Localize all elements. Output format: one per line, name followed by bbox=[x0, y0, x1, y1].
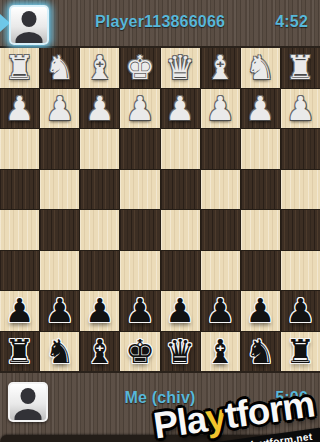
square-d2[interactable]: ♟ bbox=[161, 89, 200, 129]
white-pawn: ♟ bbox=[161, 89, 200, 129]
white-king: ♚ bbox=[120, 48, 159, 88]
square-f4[interactable] bbox=[80, 170, 119, 210]
square-c5[interactable] bbox=[201, 210, 240, 250]
person-icon-body bbox=[16, 32, 43, 45]
square-h6[interactable] bbox=[0, 251, 39, 291]
square-b8[interactable]: ♞ bbox=[241, 332, 280, 372]
white-pawn: ♟ bbox=[80, 89, 119, 129]
black-pawn: ♟ bbox=[281, 291, 320, 331]
white-pawn: ♟ bbox=[120, 89, 159, 129]
square-g8[interactable]: ♞ bbox=[40, 332, 79, 372]
white-rook: ♜ bbox=[281, 48, 320, 88]
black-pawn: ♟ bbox=[241, 291, 280, 331]
square-f7[interactable]: ♟ bbox=[80, 291, 119, 331]
square-d7[interactable]: ♟ bbox=[161, 291, 200, 331]
white-pawn: ♟ bbox=[281, 89, 320, 129]
square-a5[interactable] bbox=[281, 210, 320, 250]
black-pawn: ♟ bbox=[80, 291, 119, 331]
bottom-player-bar: Me (chiv) 5:00 bbox=[0, 373, 320, 442]
square-a1[interactable]: ♜ bbox=[281, 48, 320, 88]
square-h1[interactable]: ♜ bbox=[0, 48, 39, 88]
white-pawn: ♟ bbox=[0, 89, 39, 129]
white-pawn: ♟ bbox=[201, 89, 240, 129]
white-pawn: ♟ bbox=[40, 89, 79, 129]
black-bishop: ♝ bbox=[201, 332, 240, 372]
square-h7[interactable]: ♟ bbox=[0, 291, 39, 331]
white-knight: ♞ bbox=[40, 48, 79, 88]
white-pawn: ♟ bbox=[241, 89, 280, 129]
black-king: ♚ bbox=[120, 332, 159, 372]
square-b4[interactable] bbox=[241, 170, 280, 210]
square-b1[interactable]: ♞ bbox=[241, 48, 280, 88]
person-icon-body bbox=[15, 409, 42, 422]
opponent-name: Player113866066 bbox=[0, 13, 320, 31]
black-pawn: ♟ bbox=[0, 291, 39, 331]
square-a3[interactable] bbox=[281, 129, 320, 169]
square-b3[interactable] bbox=[241, 129, 280, 169]
black-pawn: ♟ bbox=[120, 291, 159, 331]
square-d5[interactable] bbox=[161, 210, 200, 250]
square-b6[interactable] bbox=[241, 251, 280, 291]
square-e6[interactable] bbox=[120, 251, 159, 291]
black-bishop: ♝ bbox=[80, 332, 119, 372]
square-d4[interactable] bbox=[161, 170, 200, 210]
black-rook: ♜ bbox=[0, 332, 39, 372]
my-clock: 5:00 bbox=[275, 389, 308, 407]
square-a8[interactable]: ♜ bbox=[281, 332, 320, 372]
chess-board[interactable]: ♜♞♝♚♛♝♞♜♟♟♟♟♟♟♟♟♟♟♟♟♟♟♟♟♜♞♝♚♛♝♞♜ bbox=[0, 48, 320, 373]
square-f2[interactable]: ♟ bbox=[80, 89, 119, 129]
square-e5[interactable] bbox=[120, 210, 159, 250]
square-e8[interactable]: ♚ bbox=[120, 332, 159, 372]
bottom-edge-bar bbox=[0, 435, 320, 442]
square-h5[interactable] bbox=[0, 210, 39, 250]
square-b7[interactable]: ♟ bbox=[241, 291, 280, 331]
black-pawn: ♟ bbox=[201, 291, 240, 331]
square-f6[interactable] bbox=[80, 251, 119, 291]
black-rook: ♜ bbox=[281, 332, 320, 372]
square-h4[interactable] bbox=[0, 170, 39, 210]
square-g2[interactable]: ♟ bbox=[40, 89, 79, 129]
white-queen: ♛ bbox=[161, 48, 200, 88]
square-e2[interactable]: ♟ bbox=[120, 89, 159, 129]
square-c8[interactable]: ♝ bbox=[201, 332, 240, 372]
square-f5[interactable] bbox=[80, 210, 119, 250]
square-e1[interactable]: ♚ bbox=[120, 48, 159, 88]
square-f8[interactable]: ♝ bbox=[80, 332, 119, 372]
square-c2[interactable]: ♟ bbox=[201, 89, 240, 129]
square-g6[interactable] bbox=[40, 251, 79, 291]
square-h3[interactable] bbox=[0, 129, 39, 169]
square-g7[interactable]: ♟ bbox=[40, 291, 79, 331]
square-f1[interactable]: ♝ bbox=[80, 48, 119, 88]
square-d3[interactable] bbox=[161, 129, 200, 169]
square-g4[interactable] bbox=[40, 170, 79, 210]
white-knight: ♞ bbox=[241, 48, 280, 88]
square-b5[interactable] bbox=[241, 210, 280, 250]
square-h2[interactable]: ♟ bbox=[0, 89, 39, 129]
my-name: Me (chiv) bbox=[0, 389, 320, 407]
black-queen: ♛ bbox=[161, 332, 200, 372]
square-g3[interactable] bbox=[40, 129, 79, 169]
top-player-bar: Player113866066 4:52 bbox=[0, 0, 320, 48]
square-b2[interactable]: ♟ bbox=[241, 89, 280, 129]
square-c6[interactable] bbox=[201, 251, 240, 291]
square-d1[interactable]: ♛ bbox=[161, 48, 200, 88]
square-e7[interactable]: ♟ bbox=[120, 291, 159, 331]
square-a7[interactable]: ♟ bbox=[281, 291, 320, 331]
square-d6[interactable] bbox=[161, 251, 200, 291]
square-c1[interactable]: ♝ bbox=[201, 48, 240, 88]
square-g5[interactable] bbox=[40, 210, 79, 250]
square-c3[interactable] bbox=[201, 129, 240, 169]
black-knight: ♞ bbox=[40, 332, 79, 372]
white-bishop: ♝ bbox=[80, 48, 119, 88]
white-bishop: ♝ bbox=[201, 48, 240, 88]
white-rook: ♜ bbox=[0, 48, 39, 88]
black-pawn: ♟ bbox=[161, 291, 200, 331]
square-f3[interactable] bbox=[80, 129, 119, 169]
square-c4[interactable] bbox=[201, 170, 240, 210]
square-d8[interactable]: ♛ bbox=[161, 332, 200, 372]
chess-app-screen: Player113866066 4:52 ♜♞♝♚♛♝♞♜♟♟♟♟♟♟♟♟♟♟♟… bbox=[0, 0, 320, 442]
square-a2[interactable]: ♟ bbox=[281, 89, 320, 129]
square-h8[interactable]: ♜ bbox=[0, 332, 39, 372]
square-c7[interactable]: ♟ bbox=[201, 291, 240, 331]
square-g1[interactable]: ♞ bbox=[40, 48, 79, 88]
square-e4[interactable] bbox=[120, 170, 159, 210]
square-a4[interactable] bbox=[281, 170, 320, 210]
black-pawn: ♟ bbox=[40, 291, 79, 331]
black-knight: ♞ bbox=[241, 332, 280, 372]
square-a6[interactable] bbox=[281, 251, 320, 291]
opponent-clock: 4:52 bbox=[275, 13, 308, 31]
square-e3[interactable] bbox=[120, 129, 159, 169]
